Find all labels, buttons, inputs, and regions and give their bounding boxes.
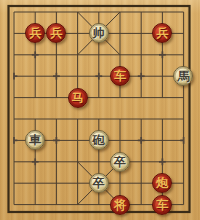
piece-gold-cannon[interactable]: 砲: [89, 130, 109, 150]
piece-character: 砲: [93, 134, 105, 146]
piece-character: 马: [72, 92, 84, 104]
board-point-5-9: 将: [109, 194, 130, 215]
piece-character: 卒: [93, 177, 105, 189]
piece-red-soldier[interactable]: 兵: [46, 23, 66, 43]
piece-red-chariot[interactable]: 车: [110, 66, 130, 86]
board-point-7-9: 车: [152, 194, 173, 215]
piece-character: 車: [29, 134, 41, 146]
board-point-5-7: 卒: [109, 151, 130, 172]
board-point-1-6: 車: [25, 130, 46, 151]
board-point-8-3: 馬: [173, 65, 194, 86]
board-point-4-8: 卒: [88, 172, 109, 193]
piece-character: 炮: [156, 177, 168, 189]
board-point-5-3: 车: [109, 65, 130, 86]
piece-gold-general[interactable]: 帅: [89, 23, 109, 43]
piece-character: 车: [114, 70, 126, 82]
piece-red-soldier[interactable]: 兵: [152, 23, 172, 43]
piece-red-chariot[interactable]: 车: [152, 195, 172, 215]
board-point-3-4: 马: [67, 87, 88, 108]
piece-gold-soldier[interactable]: 卒: [110, 152, 130, 172]
xiangqi-app: 兵兵帅兵车馬马車砲卒卒炮将车: [0, 0, 200, 220]
piece-red-cannon[interactable]: 炮: [152, 173, 172, 193]
piece-character: 将: [114, 199, 126, 211]
piece-gold-chariot[interactable]: 車: [25, 130, 45, 150]
piece-red-soldier[interactable]: 兵: [25, 23, 45, 43]
piece-character: 馬: [177, 70, 189, 82]
piece-red-horse[interactable]: 马: [68, 88, 88, 108]
board-point-4-1: 帅: [88, 23, 109, 44]
board-point-2-1: 兵: [46, 23, 67, 44]
board-point-7-1: 兵: [152, 23, 173, 44]
piece-character: 兵: [50, 27, 62, 39]
board-pieces-grid: 兵兵帅兵车馬马車砲卒卒炮将车: [3, 1, 194, 215]
piece-gold-horse[interactable]: 馬: [173, 66, 193, 86]
board-point-4-6: 砲: [88, 130, 109, 151]
piece-character: 帅: [93, 27, 105, 39]
piece-gold-soldier[interactable]: 卒: [89, 173, 109, 193]
piece-character: 卒: [114, 156, 126, 168]
xiangqi-board[interactable]: 兵兵帅兵车馬马車砲卒卒炮将车: [0, 0, 200, 220]
piece-character: 兵: [156, 27, 168, 39]
piece-red-general[interactable]: 将: [110, 195, 130, 215]
board-point-1-1: 兵: [25, 23, 46, 44]
board-point-7-8: 炮: [152, 172, 173, 193]
piece-character: 兵: [29, 27, 41, 39]
piece-character: 车: [156, 199, 168, 211]
